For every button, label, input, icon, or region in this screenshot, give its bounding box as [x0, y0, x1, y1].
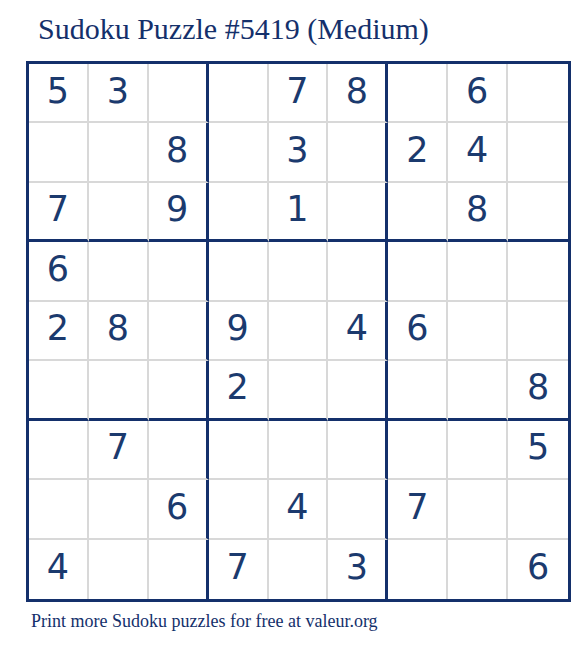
- cell-r4c2[interactable]: [89, 242, 149, 301]
- cell-r3c4[interactable]: [209, 183, 269, 242]
- cell-r4c3[interactable]: [149, 242, 209, 301]
- cell-r1c9[interactable]: [508, 64, 568, 123]
- cell-r2c3[interactable]: 8: [149, 123, 209, 182]
- cell-r4c7[interactable]: [388, 242, 448, 301]
- cell-r3c5[interactable]: 1: [269, 183, 329, 242]
- cell-r2c8[interactable]: 4: [448, 123, 508, 182]
- cell-r5c1[interactable]: 2: [29, 302, 89, 361]
- cell-r1c4[interactable]: [209, 64, 269, 123]
- cell-r9c6[interactable]: 3: [328, 540, 388, 599]
- cell-r8c8[interactable]: [448, 480, 508, 539]
- cell-r8c3[interactable]: 6: [149, 480, 209, 539]
- cell-r5c2[interactable]: 8: [89, 302, 149, 361]
- cell-r1c2[interactable]: 3: [89, 64, 149, 123]
- cell-r1c6[interactable]: 8: [328, 64, 388, 123]
- cell-r6c8[interactable]: [448, 361, 508, 420]
- cell-r3c2[interactable]: [89, 183, 149, 242]
- cell-r4c5[interactable]: [269, 242, 329, 301]
- cell-r2c7[interactable]: 2: [388, 123, 448, 182]
- cell-r8c6[interactable]: [328, 480, 388, 539]
- cell-r7c5[interactable]: [269, 421, 329, 480]
- cell-r7c7[interactable]: [388, 421, 448, 480]
- cell-r5c5[interactable]: [269, 302, 329, 361]
- cell-r2c5[interactable]: 3: [269, 123, 329, 182]
- sudoku-page: Sudoku Puzzle #5419 (Medium) 53786832479…: [0, 0, 574, 651]
- cell-r3c9[interactable]: [508, 183, 568, 242]
- cell-r7c3[interactable]: [149, 421, 209, 480]
- cell-r2c6[interactable]: [328, 123, 388, 182]
- cell-r9c1[interactable]: 4: [29, 540, 89, 599]
- cell-r9c2[interactable]: [89, 540, 149, 599]
- cell-r5c8[interactable]: [448, 302, 508, 361]
- cell-r2c2[interactable]: [89, 123, 149, 182]
- cell-r5c7[interactable]: 6: [388, 302, 448, 361]
- cell-r3c6[interactable]: [328, 183, 388, 242]
- cell-r3c8[interactable]: 8: [448, 183, 508, 242]
- cell-r7c6[interactable]: [328, 421, 388, 480]
- cell-r6c4[interactable]: 2: [209, 361, 269, 420]
- sudoku-board: 537868324791862894628756474736: [26, 61, 571, 602]
- cell-r2c1[interactable]: [29, 123, 89, 182]
- cell-r6c5[interactable]: [269, 361, 329, 420]
- cell-r3c7[interactable]: [388, 183, 448, 242]
- cell-r6c3[interactable]: [149, 361, 209, 420]
- cell-r8c4[interactable]: [209, 480, 269, 539]
- cell-r8c7[interactable]: 7: [388, 480, 448, 539]
- cell-r5c3[interactable]: [149, 302, 209, 361]
- cell-r5c4[interactable]: 9: [209, 302, 269, 361]
- cell-r4c1[interactable]: 6: [29, 242, 89, 301]
- cell-r7c9[interactable]: 5: [508, 421, 568, 480]
- cell-r9c5[interactable]: [269, 540, 329, 599]
- cell-r9c3[interactable]: [149, 540, 209, 599]
- cell-r1c3[interactable]: [149, 64, 209, 123]
- cell-r2c4[interactable]: [209, 123, 269, 182]
- cell-r1c5[interactable]: 7: [269, 64, 329, 123]
- cell-r3c1[interactable]: 7: [29, 183, 89, 242]
- cell-r9c8[interactable]: [448, 540, 508, 599]
- cell-r9c9[interactable]: 6: [508, 540, 568, 599]
- cell-r5c6[interactable]: 4: [328, 302, 388, 361]
- cell-r9c7[interactable]: [388, 540, 448, 599]
- cell-r4c8[interactable]: [448, 242, 508, 301]
- cell-r5c9[interactable]: [508, 302, 568, 361]
- cell-r4c6[interactable]: [328, 242, 388, 301]
- cell-r1c8[interactable]: 6: [448, 64, 508, 123]
- cell-r6c9[interactable]: 8: [508, 361, 568, 420]
- cell-r7c1[interactable]: [29, 421, 89, 480]
- cell-r3c3[interactable]: 9: [149, 183, 209, 242]
- cell-r8c2[interactable]: [89, 480, 149, 539]
- cell-r1c7[interactable]: [388, 64, 448, 123]
- cell-r7c8[interactable]: [448, 421, 508, 480]
- cell-r6c2[interactable]: [89, 361, 149, 420]
- cell-r4c9[interactable]: [508, 242, 568, 301]
- cell-r8c5[interactable]: 4: [269, 480, 329, 539]
- cell-r2c9[interactable]: [508, 123, 568, 182]
- puzzle-title: Sudoku Puzzle #5419 (Medium): [38, 12, 429, 46]
- footer-text: Print more Sudoku puzzles for free at va…: [31, 611, 378, 632]
- cell-r8c1[interactable]: [29, 480, 89, 539]
- cell-r7c4[interactable]: [209, 421, 269, 480]
- cell-r6c7[interactable]: [388, 361, 448, 420]
- cell-r6c1[interactable]: [29, 361, 89, 420]
- cell-r1c1[interactable]: 5: [29, 64, 89, 123]
- cell-r9c4[interactable]: 7: [209, 540, 269, 599]
- cell-r8c9[interactable]: [508, 480, 568, 539]
- cell-r6c6[interactable]: [328, 361, 388, 420]
- cell-r4c4[interactable]: [209, 242, 269, 301]
- cell-r7c2[interactable]: 7: [89, 421, 149, 480]
